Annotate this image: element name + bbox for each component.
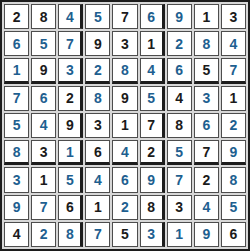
- sudoku-cell-r5c2[interactable]: 4: [31, 113, 56, 138]
- sudoku-cell-r7c8[interactable]: 2: [194, 167, 219, 192]
- sudoku-cell-r2c2[interactable]: 5: [31, 31, 56, 56]
- sudoku-cell-r8c7[interactable]: 3: [167, 195, 192, 220]
- sudoku-cell-r6c5[interactable]: 4: [112, 140, 137, 165]
- sudoku-cell-r5c7[interactable]: 8: [167, 113, 192, 138]
- sudoku-cell-r3c8[interactable]: 5: [194, 58, 219, 83]
- sudoku-cell-r1c9[interactable]: 3: [221, 4, 246, 29]
- sudoku-cell-r8c1[interactable]: 9: [4, 195, 29, 220]
- sudoku-cell-r7c2[interactable]: 1: [31, 167, 56, 192]
- sudoku-cell-r7c3[interactable]: 5: [58, 167, 83, 192]
- sudoku-cell-r6c2[interactable]: 3: [31, 140, 56, 165]
- sudoku-cell-r1c7[interactable]: 9: [167, 4, 192, 29]
- sudoku-cell-r9c6[interactable]: 3: [140, 222, 165, 247]
- sudoku-cell-r2c4[interactable]: 9: [85, 31, 110, 56]
- sudoku-cell-r2c7[interactable]: 2: [167, 31, 192, 56]
- sudoku-cell-r6c3[interactable]: 1: [58, 140, 83, 165]
- sudoku-cell-r6c6[interactable]: 2: [140, 140, 165, 165]
- sudoku-cell-r9c7[interactable]: 1: [167, 222, 192, 247]
- sudoku-cell-r9c5[interactable]: 5: [112, 222, 137, 247]
- sudoku-cell-r5c5[interactable]: 1: [112, 113, 137, 138]
- sudoku-cell-r2c6[interactable]: 1: [140, 31, 165, 56]
- sudoku-cell-r4c8[interactable]: 3: [194, 86, 219, 111]
- sudoku-cell-r2c5[interactable]: 3: [112, 31, 137, 56]
- sudoku-cell-r5c8[interactable]: 6: [194, 113, 219, 138]
- sudoku-cell-r2c9[interactable]: 4: [221, 31, 246, 56]
- sudoku-cell-r8c5[interactable]: 2: [112, 195, 137, 220]
- sudoku-cell-r4c9[interactable]: 1: [221, 86, 246, 111]
- sudoku-cell-r5c3[interactable]: 9: [58, 113, 83, 138]
- sudoku-cell-r1c1[interactable]: 2: [4, 4, 29, 29]
- sudoku-cell-r4c1[interactable]: 7: [4, 86, 29, 111]
- sudoku-cell-r9c8[interactable]: 9: [194, 222, 219, 247]
- sudoku-cell-r6c9[interactable]: 9: [221, 140, 246, 165]
- sudoku-cell-r2c1[interactable]: 6: [4, 31, 29, 56]
- sudoku-cell-r4c5[interactable]: 9: [112, 86, 137, 111]
- sudoku-cell-r9c3[interactable]: 8: [58, 222, 83, 247]
- sudoku-cell-r5c9[interactable]: 2: [221, 113, 246, 138]
- sudoku-cell-r9c4[interactable]: 7: [85, 222, 110, 247]
- sudoku-cell-r9c2[interactable]: 2: [31, 222, 56, 247]
- sudoku-cell-r8c8[interactable]: 4: [194, 195, 219, 220]
- sudoku-cell-r6c1[interactable]: 8: [4, 140, 29, 165]
- sudoku-cell-r7c6[interactable]: 9: [140, 167, 165, 192]
- sudoku-cell-r6c4[interactable]: 6: [85, 140, 110, 165]
- sudoku-cell-r7c9[interactable]: 8: [221, 167, 246, 192]
- sudoku-cell-r3c2[interactable]: 9: [31, 58, 56, 83]
- sudoku-cell-r8c3[interactable]: 6: [58, 195, 83, 220]
- sudoku-cell-r5c6[interactable]: 7: [140, 113, 165, 138]
- sudoku-cell-r1c8[interactable]: 1: [194, 4, 219, 29]
- sudoku-cell-r7c4[interactable]: 4: [85, 167, 110, 192]
- sudoku-cell-r7c1[interactable]: 3: [4, 167, 29, 192]
- sudoku-cell-r3c6[interactable]: 4: [140, 58, 165, 83]
- sudoku-cell-r1c3[interactable]: 4: [58, 4, 83, 29]
- sudoku-cell-r8c6[interactable]: 8: [140, 195, 165, 220]
- sudoku-cell-r9c9[interactable]: 6: [221, 222, 246, 247]
- sudoku-cell-r1c5[interactable]: 7: [112, 4, 137, 29]
- sudoku-cell-r3c5[interactable]: 8: [112, 58, 137, 83]
- sudoku-cell-r3c7[interactable]: 6: [167, 58, 192, 83]
- sudoku-cell-r2c3[interactable]: 7: [58, 31, 83, 56]
- sudoku-cell-r8c2[interactable]: 7: [31, 195, 56, 220]
- sudoku-cell-r4c2[interactable]: 6: [31, 86, 56, 111]
- sudoku-cell-r1c6[interactable]: 6: [140, 4, 165, 29]
- sudoku-cell-r4c6[interactable]: 5: [140, 86, 165, 111]
- sudoku-board: 2845769136579312841932846577628954315493…: [0, 0, 250, 251]
- sudoku-cell-r3c3[interactable]: 3: [58, 58, 83, 83]
- sudoku-cell-r3c9[interactable]: 7: [221, 58, 246, 83]
- sudoku-cell-r7c5[interactable]: 6: [112, 167, 137, 192]
- sudoku-cell-r6c7[interactable]: 5: [167, 140, 192, 165]
- sudoku-cell-r6c8[interactable]: 7: [194, 140, 219, 165]
- sudoku-cell-r4c3[interactable]: 2: [58, 86, 83, 111]
- sudoku-cell-r5c1[interactable]: 5: [4, 113, 29, 138]
- sudoku-cell-r7c7[interactable]: 7: [167, 167, 192, 192]
- sudoku-cell-r3c1[interactable]: 1: [4, 58, 29, 83]
- sudoku-cell-r4c7[interactable]: 4: [167, 86, 192, 111]
- sudoku-cell-r1c2[interactable]: 8: [31, 4, 56, 29]
- sudoku-cell-r4c4[interactable]: 8: [85, 86, 110, 111]
- sudoku-cell-r2c8[interactable]: 8: [194, 31, 219, 56]
- sudoku-cell-r8c4[interactable]: 1: [85, 195, 110, 220]
- sudoku-cell-r5c4[interactable]: 3: [85, 113, 110, 138]
- sudoku-cell-r1c4[interactable]: 5: [85, 4, 110, 29]
- sudoku-cell-r8c9[interactable]: 5: [221, 195, 246, 220]
- sudoku-cell-r9c1[interactable]: 4: [4, 222, 29, 247]
- sudoku-cell-r3c4[interactable]: 2: [85, 58, 110, 83]
